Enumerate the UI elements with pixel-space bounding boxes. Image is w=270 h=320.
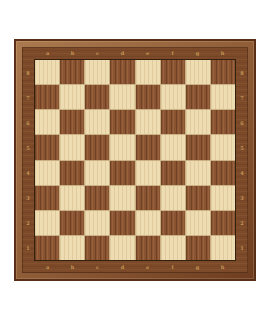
square-h6 — [211, 110, 235, 134]
square-a1 — [35, 236, 59, 260]
square-e6 — [136, 110, 160, 134]
square-a6 — [35, 110, 59, 134]
rank-label: 4 — [22, 160, 34, 185]
square-d4 — [110, 161, 134, 185]
square-c5 — [85, 135, 109, 159]
rank-label: 1 — [22, 235, 34, 260]
square-g3 — [186, 186, 210, 210]
rank-label: 2 — [22, 210, 34, 235]
file-label: g — [185, 261, 210, 273]
square-e3 — [136, 186, 160, 210]
square-c1 — [85, 236, 109, 260]
square-h2 — [211, 211, 235, 235]
file-label: h — [210, 261, 235, 273]
file-label: f — [160, 47, 185, 59]
square-d3 — [110, 186, 134, 210]
square-c8 — [85, 60, 109, 84]
file-label: c — [85, 47, 110, 59]
file-label: e — [135, 261, 160, 273]
rank-label: 5 — [236, 135, 248, 160]
rank-label: 6 — [236, 110, 248, 135]
file-label: d — [110, 47, 135, 59]
rank-labels-right: 87654321 — [236, 60, 248, 260]
square-a5 — [35, 135, 59, 159]
rank-label: 2 — [236, 210, 248, 235]
file-label: d — [110, 261, 135, 273]
square-d8 — [110, 60, 134, 84]
file-labels-bottom: abcdefgh — [35, 261, 235, 273]
square-h8 — [211, 60, 235, 84]
square-f8 — [161, 60, 185, 84]
file-label: b — [60, 261, 85, 273]
file-label: a — [35, 261, 60, 273]
square-f3 — [161, 186, 185, 210]
square-e1 — [136, 236, 160, 260]
file-label: f — [160, 261, 185, 273]
square-c3 — [85, 186, 109, 210]
chessboard: abcdefgh abcdefgh 87654321 87654321 — [14, 39, 256, 281]
rank-label: 3 — [236, 185, 248, 210]
square-b3 — [60, 186, 84, 210]
square-b4 — [60, 161, 84, 185]
file-label: c — [85, 261, 110, 273]
rank-label: 4 — [236, 160, 248, 185]
square-c4 — [85, 161, 109, 185]
square-b7 — [60, 85, 84, 109]
board-playfield — [34, 59, 236, 261]
square-h1 — [211, 236, 235, 260]
square-g2 — [186, 211, 210, 235]
square-a2 — [35, 211, 59, 235]
square-a7 — [35, 85, 59, 109]
square-d2 — [110, 211, 134, 235]
rank-label: 3 — [22, 185, 34, 210]
square-a4 — [35, 161, 59, 185]
square-b5 — [60, 135, 84, 159]
rank-label: 7 — [22, 85, 34, 110]
square-b1 — [60, 236, 84, 260]
square-f7 — [161, 85, 185, 109]
rank-label: 1 — [236, 235, 248, 260]
square-b6 — [60, 110, 84, 134]
file-label: h — [210, 47, 235, 59]
file-label: a — [35, 47, 60, 59]
square-f6 — [161, 110, 185, 134]
square-b2 — [60, 211, 84, 235]
square-d1 — [110, 236, 134, 260]
square-e4 — [136, 161, 160, 185]
square-c6 — [85, 110, 109, 134]
square-d6 — [110, 110, 134, 134]
square-f2 — [161, 211, 185, 235]
rank-label: 6 — [22, 110, 34, 135]
square-e8 — [136, 60, 160, 84]
square-a3 — [35, 186, 59, 210]
square-g1 — [186, 236, 210, 260]
square-h3 — [211, 186, 235, 210]
board-frame: abcdefgh abcdefgh 87654321 87654321 — [22, 47, 248, 273]
board-grid — [35, 60, 235, 260]
square-h4 — [211, 161, 235, 185]
square-g6 — [186, 110, 210, 134]
square-f1 — [161, 236, 185, 260]
square-e7 — [136, 85, 160, 109]
square-a8 — [35, 60, 59, 84]
square-c7 — [85, 85, 109, 109]
square-g4 — [186, 161, 210, 185]
square-d5 — [110, 135, 134, 159]
file-label: e — [135, 47, 160, 59]
square-e2 — [136, 211, 160, 235]
rank-label: 8 — [22, 60, 34, 85]
square-h5 — [211, 135, 235, 159]
square-d7 — [110, 85, 134, 109]
square-c2 — [85, 211, 109, 235]
rank-labels-left: 87654321 — [22, 60, 34, 260]
square-e5 — [136, 135, 160, 159]
rank-label: 5 — [22, 135, 34, 160]
file-label: g — [185, 47, 210, 59]
square-g5 — [186, 135, 210, 159]
square-g7 — [186, 85, 210, 109]
file-labels-top: abcdefgh — [35, 47, 235, 59]
square-b8 — [60, 60, 84, 84]
square-g8 — [186, 60, 210, 84]
square-f5 — [161, 135, 185, 159]
rank-label: 8 — [236, 60, 248, 85]
rank-label: 7 — [236, 85, 248, 110]
board-frame-bevel: abcdefgh abcdefgh 87654321 87654321 — [16, 41, 254, 279]
file-label: b — [60, 47, 85, 59]
square-f4 — [161, 161, 185, 185]
square-h7 — [211, 85, 235, 109]
